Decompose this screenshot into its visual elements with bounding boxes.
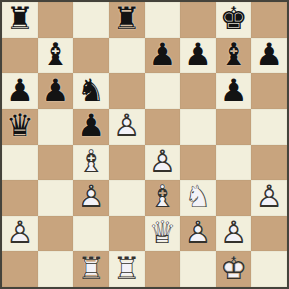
square-e3[interactable]: ♝♗: [145, 180, 181, 216]
piece-black-queen[interactable]: ♛: [2, 108, 38, 144]
square-g2[interactable]: ♟♙: [216, 216, 252, 252]
piece-black-pawn[interactable]: ♟: [2, 72, 38, 108]
square-c6[interactable]: ♞: [73, 73, 109, 109]
piece-white-queen[interactable]: ♛♕: [145, 215, 181, 251]
white-piece-outline-glyph: ♙: [145, 144, 181, 180]
white-piece-outline-glyph: ♙: [73, 179, 109, 215]
square-a7[interactable]: [2, 38, 38, 74]
white-piece-outline-glyph: ♙: [216, 215, 252, 251]
chess-board: ♜♜♚♝♟♟♝♟♟♟♞♟♛♟♟♙♝♗♟♙♟♙♝♗♞♘♟♙♟♙♛♕♟♙♟♙♜♖♜♖…: [0, 0, 289, 289]
piece-black-knight[interactable]: ♞: [73, 72, 109, 108]
square-g3[interactable]: [216, 180, 252, 216]
square-g1[interactable]: ♚♔: [216, 251, 252, 287]
square-c8[interactable]: [73, 2, 109, 38]
piece-black-pawn[interactable]: ♟: [251, 37, 287, 73]
square-e7[interactable]: ♟: [145, 38, 181, 74]
square-d1[interactable]: ♜♖: [109, 251, 145, 287]
square-b6[interactable]: ♟: [38, 73, 74, 109]
square-h3[interactable]: ♟♙: [251, 180, 287, 216]
square-c5[interactable]: ♟: [73, 109, 109, 145]
square-g6[interactable]: ♟: [216, 73, 252, 109]
square-e5[interactable]: [145, 109, 181, 145]
white-piece-outline-glyph: ♖: [73, 250, 109, 286]
piece-black-bishop[interactable]: ♝: [216, 37, 252, 73]
square-d3[interactable]: [109, 180, 145, 216]
piece-white-rook[interactable]: ♜♖: [73, 250, 109, 286]
square-b2[interactable]: [38, 216, 74, 252]
square-g8[interactable]: ♚: [216, 2, 252, 38]
square-e4[interactable]: ♟♙: [145, 145, 181, 181]
square-f5[interactable]: [180, 109, 216, 145]
square-d8[interactable]: ♜: [109, 2, 145, 38]
piece-white-pawn[interactable]: ♟♙: [109, 108, 145, 144]
square-c2[interactable]: [73, 216, 109, 252]
square-d4[interactable]: [109, 145, 145, 181]
square-b3[interactable]: [38, 180, 74, 216]
piece-white-pawn[interactable]: ♟♙: [216, 215, 252, 251]
piece-black-pawn[interactable]: ♟: [38, 72, 74, 108]
square-a6[interactable]: ♟: [2, 73, 38, 109]
square-f8[interactable]: [180, 2, 216, 38]
piece-black-rook[interactable]: ♜: [109, 1, 145, 37]
white-piece-outline-glyph: ♙: [109, 108, 145, 144]
square-h1[interactable]: [251, 251, 287, 287]
square-g4[interactable]: [216, 145, 252, 181]
square-c4[interactable]: ♝♗: [73, 145, 109, 181]
square-h5[interactable]: [251, 109, 287, 145]
square-h4[interactable]: [251, 145, 287, 181]
square-b1[interactable]: [38, 251, 74, 287]
square-d6[interactable]: [109, 73, 145, 109]
square-f2[interactable]: ♟♙: [180, 216, 216, 252]
piece-black-bishop[interactable]: ♝: [38, 37, 74, 73]
square-b5[interactable]: [38, 109, 74, 145]
square-e2[interactable]: ♛♕: [145, 216, 181, 252]
square-d2[interactable]: [109, 216, 145, 252]
square-f6[interactable]: [180, 73, 216, 109]
square-b4[interactable]: [38, 145, 74, 181]
square-a2[interactable]: ♟♙: [2, 216, 38, 252]
white-piece-outline-glyph: ♔: [216, 250, 252, 286]
piece-white-pawn[interactable]: ♟♙: [180, 215, 216, 251]
piece-black-king[interactable]: ♚: [216, 1, 252, 37]
piece-white-pawn[interactable]: ♟♙: [145, 144, 181, 180]
piece-white-bishop[interactable]: ♝♗: [73, 144, 109, 180]
square-g7[interactable]: ♝: [216, 38, 252, 74]
square-h6[interactable]: [251, 73, 287, 109]
square-d7[interactable]: [109, 38, 145, 74]
square-f7[interactable]: ♟: [180, 38, 216, 74]
square-e1[interactable]: [145, 251, 181, 287]
square-d5[interactable]: ♟♙: [109, 109, 145, 145]
piece-black-pawn[interactable]: ♟: [180, 37, 216, 73]
square-h8[interactable]: [251, 2, 287, 38]
square-b8[interactable]: [38, 2, 74, 38]
white-piece-outline-glyph: ♙: [180, 215, 216, 251]
white-piece-outline-glyph: ♙: [2, 215, 38, 251]
white-piece-outline-glyph: ♕: [145, 215, 181, 251]
piece-black-pawn[interactable]: ♟: [216, 72, 252, 108]
white-piece-outline-glyph: ♙: [251, 179, 287, 215]
square-c1[interactable]: ♜♖: [73, 251, 109, 287]
square-f4[interactable]: [180, 145, 216, 181]
piece-white-pawn[interactable]: ♟♙: [73, 179, 109, 215]
square-f3[interactable]: ♞♘: [180, 180, 216, 216]
square-a1[interactable]: [2, 251, 38, 287]
white-piece-outline-glyph: ♘: [180, 179, 216, 215]
square-a8[interactable]: ♜: [2, 2, 38, 38]
square-f1[interactable]: [180, 251, 216, 287]
white-piece-outline-glyph: ♗: [145, 179, 181, 215]
square-a3[interactable]: [2, 180, 38, 216]
piece-black-rook[interactable]: ♜: [2, 1, 38, 37]
piece-white-knight[interactable]: ♞♘: [180, 179, 216, 215]
piece-white-rook[interactable]: ♜♖: [109, 250, 145, 286]
piece-black-pawn[interactable]: ♟: [145, 37, 181, 73]
piece-white-king[interactable]: ♚♔: [216, 250, 252, 286]
square-g5[interactable]: [216, 109, 252, 145]
square-c3[interactable]: ♟♙: [73, 180, 109, 216]
square-c7[interactable]: [73, 38, 109, 74]
square-h2[interactable]: [251, 216, 287, 252]
square-e8[interactable]: [145, 2, 181, 38]
square-b7[interactable]: ♝: [38, 38, 74, 74]
white-piece-outline-glyph: ♖: [109, 250, 145, 286]
square-a4[interactable]: [2, 145, 38, 181]
square-h7[interactable]: ♟: [251, 38, 287, 74]
piece-black-pawn[interactable]: ♟: [73, 108, 109, 144]
chess-board-wrapper: ♜♜♚♝♟♟♝♟♟♟♞♟♛♟♟♙♝♗♟♙♟♙♝♗♞♘♟♙♟♙♛♕♟♙♟♙♜♖♜♖…: [0, 0, 289, 289]
white-piece-outline-glyph: ♗: [73, 144, 109, 180]
piece-white-pawn[interactable]: ♟♙: [2, 215, 38, 251]
square-e6[interactable]: [145, 73, 181, 109]
piece-white-pawn[interactable]: ♟♙: [251, 179, 287, 215]
piece-white-bishop[interactable]: ♝♗: [145, 179, 181, 215]
square-a5[interactable]: ♛: [2, 109, 38, 145]
